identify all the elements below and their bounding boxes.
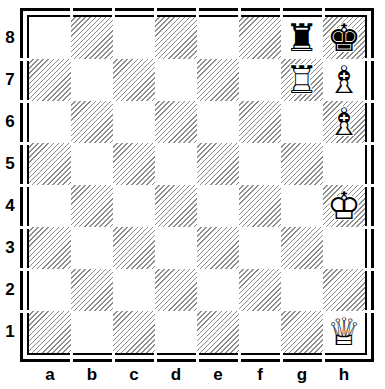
square-h5 [323, 143, 365, 185]
square-a4 [29, 185, 71, 227]
rank-label-7: 7 [0, 59, 20, 101]
square-c5 [113, 143, 155, 185]
square-c4 [113, 185, 155, 227]
border-tick [112, 8, 115, 17]
border-tick [280, 8, 283, 17]
white-king-h4: ♚♔ [323, 185, 365, 227]
border-tick [154, 353, 157, 362]
border-tick [20, 184, 29, 187]
square-f8 [239, 17, 281, 59]
square-e2 [197, 269, 239, 311]
border-tick [20, 142, 29, 145]
file-label-g: g [281, 362, 323, 389]
border-tick [238, 353, 241, 362]
rank-label-1: 1 [0, 311, 20, 353]
file-label-c: c [113, 362, 155, 389]
border-tick [70, 353, 73, 362]
border-tick [365, 142, 374, 145]
file-labels: abcdefgh [29, 362, 365, 389]
square-b5 [71, 143, 113, 185]
square-g3 [281, 227, 323, 269]
square-g8: ♜ [281, 17, 323, 59]
square-c8 [113, 17, 155, 59]
square-e3 [197, 227, 239, 269]
square-a5 [29, 143, 71, 185]
square-e6 [197, 101, 239, 143]
square-b2 [71, 269, 113, 311]
square-a3 [29, 227, 71, 269]
white-bishop-h6: ♝♗ [323, 101, 365, 143]
square-b3 [71, 227, 113, 269]
square-g6 [281, 101, 323, 143]
black-rook-g8: ♜ [281, 17, 323, 59]
rank-label-8: 8 [0, 17, 20, 59]
square-c7 [113, 59, 155, 101]
square-d8 [155, 17, 197, 59]
square-f3 [239, 227, 281, 269]
square-h7: ♝♗ [323, 59, 365, 101]
square-d1 [155, 311, 197, 353]
white-bishop-outline-glyph: ♗ [323, 101, 365, 143]
border-tick [154, 8, 157, 17]
square-d2 [155, 269, 197, 311]
square-c2 [113, 269, 155, 311]
border-tick [322, 353, 325, 362]
file-label-a: a [29, 362, 71, 389]
black-king-h8: ♚ [323, 17, 365, 59]
rank-label-6: 6 [0, 101, 20, 143]
border-tick [322, 8, 325, 17]
square-e8 [197, 17, 239, 59]
square-h8: ♚ [323, 17, 365, 59]
rank-label-3: 3 [0, 227, 20, 269]
border-tick [20, 268, 29, 271]
white-king-outline-glyph: ♔ [323, 185, 365, 227]
square-f4 [239, 185, 281, 227]
square-b4 [71, 185, 113, 227]
square-b1 [71, 311, 113, 353]
border-tick [20, 226, 29, 229]
border-tick [112, 353, 115, 362]
border-tick [20, 58, 29, 61]
square-h2 [323, 269, 365, 311]
square-e1 [197, 311, 239, 353]
square-a2 [29, 269, 71, 311]
square-a8 [29, 17, 71, 59]
square-d6 [155, 101, 197, 143]
black-rook-glyph: ♜ [281, 17, 323, 59]
square-g4 [281, 185, 323, 227]
border-tick [238, 8, 241, 17]
square-f7 [239, 59, 281, 101]
border-tick [365, 310, 374, 313]
file-label-h: h [323, 362, 365, 389]
square-h6: ♝♗ [323, 101, 365, 143]
square-d7 [155, 59, 197, 101]
square-d5 [155, 143, 197, 185]
file-label-b: b [71, 362, 113, 389]
square-e4 [197, 185, 239, 227]
chess-board: ♜♚♜♖♝♗♝♗♚♔♛♕ [29, 17, 365, 353]
square-h3 [323, 227, 365, 269]
border-tick [365, 226, 374, 229]
file-label-e: e [197, 362, 239, 389]
square-g5 [281, 143, 323, 185]
square-c6 [113, 101, 155, 143]
white-bishop-outline-glyph: ♗ [323, 59, 365, 101]
chess-diagram: 87654321 ♜♚♜♖♝♗♝♗♚♔♛♕ abcdefgh [0, 0, 385, 389]
square-f5 [239, 143, 281, 185]
square-b8 [71, 17, 113, 59]
square-g2 [281, 269, 323, 311]
white-rook-g7: ♜♖ [281, 59, 323, 101]
file-label-f: f [239, 362, 281, 389]
square-e7 [197, 59, 239, 101]
border-tick [365, 100, 374, 103]
square-h1: ♛♕ [323, 311, 365, 353]
square-g1 [281, 311, 323, 353]
border-tick [20, 100, 29, 103]
white-queen-outline-glyph: ♕ [323, 311, 365, 353]
square-f1 [239, 311, 281, 353]
border-tick [196, 8, 199, 17]
rank-label-2: 2 [0, 269, 20, 311]
square-a7 [29, 59, 71, 101]
square-c1 [113, 311, 155, 353]
square-f6 [239, 101, 281, 143]
square-b7 [71, 59, 113, 101]
rank-label-4: 4 [0, 185, 20, 227]
square-h4: ♚♔ [323, 185, 365, 227]
square-g7: ♜♖ [281, 59, 323, 101]
square-d4 [155, 185, 197, 227]
square-f2 [239, 269, 281, 311]
border-tick [365, 268, 374, 271]
square-a1 [29, 311, 71, 353]
square-c3 [113, 227, 155, 269]
border-tick [20, 310, 29, 313]
black-king-glyph: ♚ [323, 17, 365, 59]
border-tick [280, 353, 283, 362]
border-tick [70, 8, 73, 17]
border-tick [365, 184, 374, 187]
white-queen-h1: ♛♕ [323, 311, 365, 353]
square-a6 [29, 101, 71, 143]
square-b6 [71, 101, 113, 143]
rank-label-5: 5 [0, 143, 20, 185]
square-d3 [155, 227, 197, 269]
border-tick [196, 353, 199, 362]
border-tick [365, 58, 374, 61]
board-frame: ♜♚♜♖♝♗♝♗♚♔♛♕ [20, 8, 374, 362]
file-label-d: d [155, 362, 197, 389]
square-e5 [197, 143, 239, 185]
white-bishop-h7: ♝♗ [323, 59, 365, 101]
white-rook-outline-glyph: ♖ [281, 59, 323, 101]
